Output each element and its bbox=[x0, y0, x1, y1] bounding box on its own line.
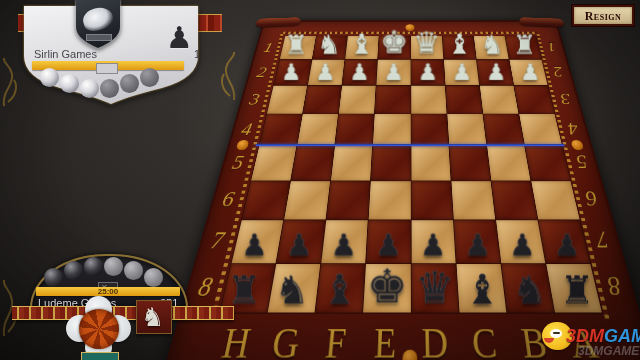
piece-white-pawn[interactable]: ♟ bbox=[281, 61, 301, 84]
score-stone-dark bbox=[120, 74, 139, 93]
square-e2[interactable]: ♟ bbox=[377, 60, 411, 85]
square-d4[interactable] bbox=[411, 114, 448, 145]
piece-black-knight[interactable]: ♞ bbox=[513, 271, 548, 310]
square-e4[interactable] bbox=[373, 114, 410, 145]
square-d7[interactable]: ♟ bbox=[411, 220, 455, 263]
square-c2[interactable]: ♟ bbox=[444, 60, 479, 85]
square-f2[interactable]: ♟ bbox=[342, 60, 377, 85]
watermark-game: GAME bbox=[604, 326, 640, 346]
file-label: G bbox=[256, 316, 314, 360]
watermark-shadow-text: 3DMGAME bbox=[578, 344, 639, 358]
rank-label: 2 bbox=[545, 59, 572, 85]
square-h4[interactable] bbox=[259, 114, 302, 145]
piece-white-pawn[interactable]: ♟ bbox=[486, 61, 506, 84]
square-f1[interactable]: ♝ bbox=[345, 36, 379, 59]
score-stone-gray bbox=[144, 268, 163, 287]
squares-grid: ♜♞♝♚♛♝♞♜♟♟♟♟♟♟♟♟♟♟♟♟♟♟♟♟♜♞♝♚♛♝♞♜ bbox=[219, 36, 603, 314]
score-stone-black bbox=[44, 268, 63, 287]
watermark-3dmgame: 3DMGAME 3DMGAME bbox=[542, 318, 640, 360]
score-stone-dark bbox=[100, 79, 119, 98]
piece-black-bishop[interactable]: ♝ bbox=[464, 269, 500, 310]
piece-white-pawn[interactable]: ♟ bbox=[418, 61, 438, 84]
piece-white-pawn[interactable]: ♟ bbox=[520, 61, 540, 84]
square-c6[interactable] bbox=[451, 181, 495, 219]
square-e6[interactable] bbox=[369, 181, 411, 219]
piece-black-pawn[interactable]: ♟ bbox=[509, 231, 536, 261]
piece-black-pawn[interactable]: ♟ bbox=[554, 231, 581, 261]
square-b1[interactable]: ♞ bbox=[474, 36, 509, 59]
square-b4[interactable] bbox=[483, 114, 524, 145]
midline-indicator bbox=[256, 144, 565, 146]
square-a1[interactable]: ♜ bbox=[505, 36, 541, 59]
square-d2[interactable]: ♟ bbox=[411, 60, 445, 85]
file-label: F bbox=[307, 316, 362, 360]
square-h1[interactable]: ♜ bbox=[280, 36, 316, 59]
crest-banner bbox=[81, 352, 119, 360]
player-name: Sirlin Games bbox=[34, 48, 97, 60]
piece-white-pawn[interactable]: ♟ bbox=[452, 61, 472, 84]
square-c5[interactable] bbox=[449, 146, 490, 180]
file-label: C bbox=[458, 316, 513, 360]
square-c3[interactable] bbox=[445, 86, 482, 114]
square-h3[interactable] bbox=[267, 86, 307, 114]
square-d3[interactable] bbox=[411, 86, 446, 114]
player-timer: 25:00 bbox=[36, 287, 180, 296]
black-player-crest bbox=[66, 296, 132, 360]
piece-white-queen[interactable]: ♛ bbox=[413, 28, 440, 58]
square-f4[interactable] bbox=[335, 114, 374, 145]
score-stone-silver bbox=[80, 79, 99, 98]
square-a2[interactable]: ♟ bbox=[509, 60, 547, 85]
file-label: D bbox=[410, 316, 461, 360]
piece-white-king[interactable]: ♚ bbox=[380, 27, 408, 58]
square-b3[interactable] bbox=[480, 86, 519, 114]
crest-ornament bbox=[79, 309, 119, 349]
piece-white-pawn[interactable]: ♟ bbox=[383, 61, 403, 84]
score-stone-silver bbox=[40, 68, 59, 87]
square-c7[interactable]: ♟ bbox=[454, 220, 501, 263]
white-knight-icon: ♞ bbox=[136, 300, 172, 334]
score-stone-silver bbox=[60, 74, 79, 93]
piece-white-knight[interactable]: ♞ bbox=[480, 31, 504, 58]
square-h6[interactable] bbox=[242, 181, 290, 219]
score-stone-dark bbox=[140, 68, 159, 87]
square-b8[interactable]: ♞ bbox=[501, 264, 554, 313]
square-b6[interactable] bbox=[491, 181, 537, 219]
piece-white-rook[interactable]: ♜ bbox=[284, 31, 308, 58]
square-g8[interactable]: ♞ bbox=[268, 264, 321, 313]
piece-black-pawn[interactable]: ♟ bbox=[286, 231, 313, 261]
piece-white-pawn[interactable]: ♟ bbox=[349, 61, 369, 84]
square-c1[interactable]: ♝ bbox=[442, 36, 476, 59]
square-d5[interactable] bbox=[411, 146, 450, 180]
score-stone-gray bbox=[104, 257, 123, 276]
piece-white-bishop[interactable]: ♝ bbox=[447, 30, 472, 58]
square-f3[interactable] bbox=[339, 86, 376, 114]
square-g7[interactable]: ♟ bbox=[277, 220, 326, 263]
square-e7[interactable]: ♟ bbox=[366, 220, 410, 263]
square-g6[interactable] bbox=[284, 181, 330, 219]
square-e5[interactable] bbox=[371, 146, 410, 180]
piece-white-rook[interactable]: ♜ bbox=[513, 31, 537, 58]
square-c8[interactable]: ♝ bbox=[456, 264, 506, 313]
square-a7[interactable]: ♟ bbox=[538, 220, 590, 263]
file-label: E bbox=[359, 316, 410, 360]
piece-black-pawn[interactable]: ♟ bbox=[330, 231, 357, 261]
square-a8[interactable]: ♜ bbox=[546, 264, 602, 313]
game-screen: 12345678 12345678 HGFEDCBA ♜♞♝♚♛♝♞♜♟♟♟♟♟… bbox=[0, 0, 640, 360]
square-d1[interactable]: ♛ bbox=[411, 36, 443, 59]
square-c4[interactable] bbox=[447, 114, 486, 145]
square-e1[interactable]: ♚ bbox=[378, 36, 410, 59]
piece-white-pawn[interactable]: ♟ bbox=[315, 61, 335, 84]
square-g5[interactable] bbox=[291, 146, 334, 180]
square-a5[interactable] bbox=[525, 146, 570, 180]
square-h2[interactable]: ♟ bbox=[274, 60, 312, 85]
square-d8[interactable]: ♛ bbox=[411, 264, 458, 313]
piece-black-pawn[interactable]: ♟ bbox=[241, 231, 268, 261]
square-g3[interactable] bbox=[303, 86, 342, 114]
square-b5[interactable] bbox=[487, 146, 530, 180]
square-d6[interactable] bbox=[411, 181, 453, 219]
crest-banner bbox=[86, 34, 112, 41]
square-e8[interactable]: ♚ bbox=[363, 264, 410, 313]
square-h5[interactable] bbox=[251, 146, 296, 180]
square-a4[interactable] bbox=[519, 114, 562, 145]
player-card-black: ✕ 25:00 Ludeme Games 251 ♞ bbox=[8, 250, 240, 360]
piece-white-knight[interactable]: ♞ bbox=[317, 31, 341, 58]
piece-black-king[interactable]: ♚ bbox=[367, 264, 408, 310]
piece-black-pawn[interactable]: ♟ bbox=[420, 231, 447, 261]
square-f6[interactable] bbox=[327, 181, 371, 219]
square-g4[interactable] bbox=[297, 114, 338, 145]
player-card-white: ♟ Sirlin Games 1 25:35 bbox=[8, 0, 236, 118]
square-b7[interactable]: ♟ bbox=[496, 220, 545, 263]
score-stone-gray bbox=[124, 261, 143, 280]
square-g2[interactable]: ♟ bbox=[308, 60, 345, 85]
square-a3[interactable] bbox=[514, 86, 554, 114]
banner-icon bbox=[96, 63, 118, 74]
square-f7[interactable]: ♟ bbox=[321, 220, 368, 263]
player-score: 1 bbox=[194, 48, 200, 60]
rank-label: 2 bbox=[248, 59, 275, 85]
score-stone-black bbox=[84, 257, 103, 276]
piece-black-pawn[interactable]: ♟ bbox=[375, 231, 402, 261]
square-f5[interactable] bbox=[331, 146, 372, 180]
piece-black-knight[interactable]: ♞ bbox=[274, 271, 309, 310]
score-stone-black bbox=[64, 261, 83, 280]
piece-black-pawn[interactable]: ♟ bbox=[465, 231, 492, 261]
square-f8[interactable]: ♝ bbox=[316, 264, 366, 313]
piece-black-queen[interactable]: ♛ bbox=[415, 266, 454, 310]
piece-black-rook[interactable]: ♜ bbox=[560, 271, 595, 310]
watermark-3dm: 3DM bbox=[566, 326, 604, 346]
piece-white-bishop[interactable]: ♝ bbox=[349, 30, 374, 58]
square-b2[interactable]: ♟ bbox=[477, 60, 514, 85]
piece-black-bishop[interactable]: ♝ bbox=[321, 269, 357, 310]
square-e3[interactable] bbox=[375, 86, 410, 114]
resign-button[interactable]: Resign bbox=[572, 5, 634, 26]
black-pawn-icon: ♟ bbox=[166, 20, 193, 55]
square-g1[interactable]: ♞ bbox=[313, 36, 348, 59]
square-a6[interactable] bbox=[531, 181, 579, 219]
